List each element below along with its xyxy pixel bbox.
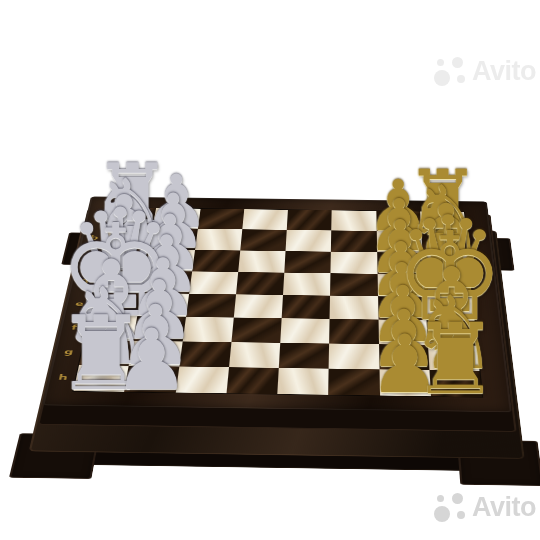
board-square (234, 294, 283, 318)
board-square (420, 211, 466, 232)
board-square (185, 294, 235, 318)
board-square (84, 316, 137, 341)
board-square (280, 318, 330, 343)
board-square (425, 297, 475, 321)
board-square (331, 231, 377, 253)
board-square (421, 232, 468, 254)
board-square (287, 210, 332, 231)
coordinate-label: f (71, 324, 78, 330)
avito-watermark-text: Avito (472, 56, 536, 87)
board-square (153, 208, 200, 229)
board-square (149, 228, 197, 249)
board-square (284, 251, 331, 273)
avito-logo-icon (434, 493, 466, 523)
board-square (179, 341, 231, 367)
board-square (189, 271, 238, 294)
product-photo-page: abcdefgh ♜♟♟♜♞♟♟♞♝♟♟♝♛♟♟♛♚♟♟♚♝♟♟♝♞♟♟♞♜♟♟… (0, 0, 540, 540)
avito-watermark-bottom: Avito (434, 492, 536, 523)
board-square (79, 340, 133, 366)
board-square (229, 342, 280, 368)
board-square (379, 344, 430, 370)
board-square (124, 366, 178, 393)
board-square (376, 231, 422, 253)
avito-watermark-text: Avito (472, 492, 536, 523)
board-square (197, 209, 244, 230)
board-square (283, 273, 331, 296)
board-square (238, 250, 286, 272)
board-square (277, 368, 329, 395)
board-square (429, 370, 482, 397)
board-square (279, 343, 330, 369)
coordinate-label: e (75, 301, 84, 307)
board-square (330, 296, 378, 320)
avito-watermark-top: Avito (434, 56, 536, 87)
board-square (108, 208, 156, 229)
board-square (331, 210, 376, 231)
board-square (226, 367, 279, 394)
board-square (236, 272, 285, 295)
board-square (426, 320, 477, 345)
board-square (195, 229, 242, 250)
chess-board-scene: abcdefgh (42, 197, 512, 413)
board-square (99, 248, 149, 270)
board-square (142, 271, 192, 294)
board-square (422, 253, 470, 275)
board-square (378, 320, 428, 345)
board-square (231, 318, 281, 343)
board-square (377, 274, 425, 297)
coordinate-label: a (94, 215, 103, 220)
coordinate-label: d (80, 278, 90, 284)
board-square (331, 251, 377, 273)
coordinate-label: b (89, 235, 98, 240)
board-square (133, 316, 185, 341)
board-square (379, 369, 431, 396)
board-square (182, 317, 233, 342)
board-square (286, 230, 332, 251)
board-square (175, 366, 229, 393)
chess-board-frame: abcdefgh (42, 197, 512, 413)
board-square (192, 250, 240, 272)
board-square (129, 341, 182, 367)
board-square (330, 273, 377, 296)
board-square (378, 296, 427, 320)
coordinate-label: h (58, 374, 69, 381)
board-square (328, 369, 379, 396)
board-square (424, 274, 473, 297)
board-square (74, 365, 129, 392)
board-square (94, 270, 145, 293)
board-square (282, 295, 331, 319)
board-square (428, 345, 480, 371)
board-square (242, 209, 288, 230)
coordinate-label: c (85, 256, 93, 262)
board-square (377, 252, 424, 274)
board-square (137, 293, 188, 317)
board-square (329, 343, 379, 369)
board-square (145, 249, 194, 271)
board-square (104, 228, 153, 249)
board-square (329, 319, 378, 344)
coordinate-label: g (63, 349, 73, 356)
avito-logo-icon (434, 57, 466, 87)
board-square (240, 229, 287, 250)
board-square (90, 292, 142, 316)
board-square (376, 211, 421, 232)
board-grid (74, 208, 483, 397)
